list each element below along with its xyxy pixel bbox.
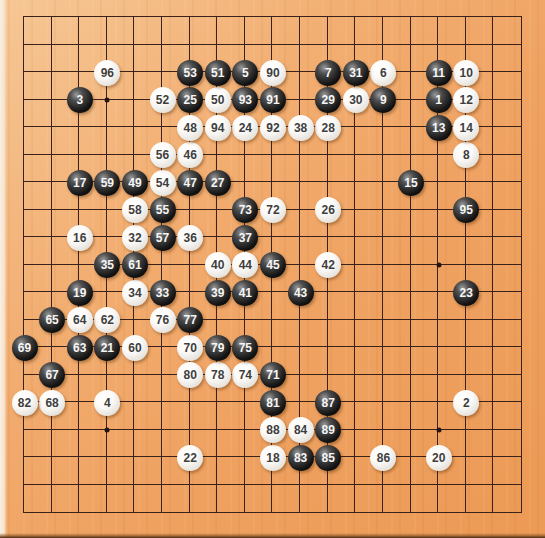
board-cell[interactable] (79, 127, 107, 155)
board-cell[interactable] (355, 182, 383, 210)
stone-number: 59 (101, 177, 114, 189)
stone-white-4: 4 (94, 390, 120, 416)
star-point (436, 263, 441, 268)
stone-white-78: 78 (205, 362, 231, 388)
stone-black-71: 71 (260, 362, 286, 388)
board-cell[interactable] (466, 347, 494, 375)
board-cell[interactable] (162, 485, 190, 513)
stone-number: 65 (45, 314, 58, 326)
board-cell[interactable] (411, 375, 439, 403)
stone-white-42: 42 (315, 252, 341, 278)
board-bottom-edge (0, 533, 545, 538)
stone-number: 96 (101, 67, 114, 79)
board-cell[interactable] (383, 292, 411, 320)
stone-number: 20 (432, 452, 445, 464)
board-cell[interactable] (383, 237, 411, 265)
stone-number: 44 (239, 259, 252, 271)
stone-black-9: 9 (370, 87, 396, 113)
board-cell[interactable] (190, 17, 218, 45)
stone-number: 88 (266, 424, 279, 436)
stone-black-89: 89 (315, 417, 341, 443)
board-cell[interactable] (24, 155, 52, 183)
board-cell[interactable] (355, 402, 383, 430)
board-cell[interactable] (52, 430, 80, 458)
board-cell[interactable] (24, 72, 52, 100)
stone-white-60: 60 (122, 335, 148, 361)
stone-number: 41 (239, 287, 252, 299)
board-grid[interactable]: 1234567891011121314151617181920212223242… (23, 16, 522, 513)
board-cell[interactable] (438, 237, 466, 265)
stone-number: 35 (101, 259, 114, 271)
board-cell[interactable] (217, 430, 245, 458)
stone-number: 76 (156, 314, 169, 326)
stone-number: 90 (266, 67, 279, 79)
board-cell[interactable] (190, 402, 218, 430)
stone-number: 50 (211, 94, 224, 106)
board-cell[interactable] (272, 320, 300, 348)
stone-number: 31 (349, 67, 362, 79)
board-cell[interactable] (24, 210, 52, 238)
board-cell[interactable] (355, 485, 383, 513)
board-cell[interactable] (134, 485, 162, 513)
stone-black-17: 17 (67, 170, 93, 196)
stone-white-92: 92 (260, 115, 286, 141)
board-cell[interactable] (493, 210, 521, 238)
stone-number: 16 (73, 232, 86, 244)
stone-number: 30 (349, 94, 362, 106)
stone-white-64: 64 (67, 307, 93, 333)
stone-black-13: 13 (426, 115, 452, 141)
stone-black-15: 15 (398, 170, 424, 196)
stone-number: 38 (294, 122, 307, 134)
board-cell[interactable] (355, 237, 383, 265)
stone-number: 68 (45, 397, 58, 409)
stone-number: 74 (239, 369, 252, 381)
stone-number: 29 (322, 94, 335, 106)
stone-number: 19 (73, 287, 86, 299)
board-cell[interactable] (411, 210, 439, 238)
stone-white-44: 44 (232, 252, 258, 278)
board-cell[interactable] (24, 457, 52, 485)
stone-number: 62 (101, 314, 114, 326)
stone-number: 93 (239, 94, 252, 106)
board-cell[interactable] (493, 320, 521, 348)
board-cell[interactable] (300, 155, 328, 183)
stone-number: 45 (266, 259, 279, 271)
board-cell[interactable] (383, 485, 411, 513)
board-cell[interactable] (300, 17, 328, 45)
stone-white-28: 28 (315, 115, 341, 141)
board-cell[interactable] (24, 127, 52, 155)
stone-number: 28 (322, 122, 335, 134)
board-cell[interactable] (493, 430, 521, 458)
board-cell[interactable] (438, 485, 466, 513)
stone-black-91: 91 (260, 87, 286, 113)
board-cell[interactable] (162, 402, 190, 430)
stone-black-49: 49 (122, 170, 148, 196)
stone-number: 73 (239, 204, 252, 216)
board-cell[interactable] (383, 347, 411, 375)
stone-black-31: 31 (343, 60, 369, 86)
stone-black-93: 93 (232, 87, 258, 113)
board-cell[interactable] (411, 347, 439, 375)
board-cell[interactable] (355, 265, 383, 293)
stone-number: 61 (128, 259, 141, 271)
stone-black-79: 79 (205, 335, 231, 361)
board-cell[interactable] (107, 430, 135, 458)
board-cell[interactable] (24, 265, 52, 293)
board-cell[interactable] (493, 100, 521, 128)
stone-number: 36 (183, 232, 196, 244)
stone-black-57: 57 (150, 225, 176, 251)
stone-number: 75 (239, 342, 252, 354)
stone-number: 55 (156, 204, 169, 216)
stone-black-11: 11 (426, 60, 452, 86)
board-cell[interactable] (52, 485, 80, 513)
stone-number: 32 (128, 232, 141, 244)
stone-number: 11 (432, 67, 445, 79)
stone-black-61: 61 (122, 252, 148, 278)
board-cell[interactable] (328, 17, 356, 45)
board-cell[interactable] (466, 320, 494, 348)
stone-number: 71 (266, 369, 279, 381)
board-cell[interactable] (134, 375, 162, 403)
board-cell[interactable] (466, 457, 494, 485)
board-cell[interactable] (493, 72, 521, 100)
board-cell[interactable] (272, 485, 300, 513)
stone-number: 83 (294, 452, 307, 464)
board-cell[interactable] (383, 127, 411, 155)
board-cell[interactable] (107, 100, 135, 128)
stone-number: 51 (211, 67, 224, 79)
stone-number: 39 (211, 287, 224, 299)
board-left-edge (0, 0, 7, 538)
stone-number: 37 (239, 232, 252, 244)
stone-white-38: 38 (288, 115, 314, 141)
stone-number: 34 (128, 287, 141, 299)
stone-number: 67 (45, 369, 58, 381)
board-cell[interactable] (300, 347, 328, 375)
stone-number: 64 (73, 314, 86, 326)
stone-white-14: 14 (453, 115, 479, 141)
stone-white-50: 50 (205, 87, 231, 113)
stone-number: 89 (322, 424, 335, 436)
board-cell[interactable] (466, 17, 494, 45)
stone-black-35: 35 (94, 252, 120, 278)
stone-black-3: 3 (67, 87, 93, 113)
board-cell[interactable] (493, 182, 521, 210)
board-cell[interactable] (134, 45, 162, 73)
board-cell[interactable] (24, 182, 52, 210)
board-cell[interactable] (383, 402, 411, 430)
stone-black-55: 55 (150, 197, 176, 223)
stone-black-83: 83 (288, 445, 314, 471)
stone-number: 4 (104, 397, 111, 409)
board-cell[interactable] (493, 265, 521, 293)
stone-white-72: 72 (260, 197, 286, 223)
board-cell[interactable] (493, 485, 521, 513)
board-cell[interactable] (162, 17, 190, 45)
board-cell[interactable] (134, 402, 162, 430)
board-cell[interactable] (411, 292, 439, 320)
board-cell[interactable] (134, 457, 162, 485)
board-cell[interactable] (355, 155, 383, 183)
stone-black-29: 29 (315, 87, 341, 113)
stone-number: 87 (322, 397, 335, 409)
stone-number: 53 (183, 67, 196, 79)
stone-number: 1 (435, 94, 442, 106)
star-point (436, 428, 441, 433)
board-cell[interactable] (272, 17, 300, 45)
star-point (105, 428, 110, 433)
stone-number: 47 (183, 177, 196, 189)
stone-black-73: 73 (232, 197, 258, 223)
board-cell[interactable] (245, 485, 273, 513)
stone-black-81: 81 (260, 390, 286, 416)
board-cell[interactable] (493, 237, 521, 265)
stone-black-53: 53 (177, 60, 203, 86)
stone-number: 40 (211, 259, 224, 271)
board-cell[interactable] (493, 127, 521, 155)
stone-white-46: 46 (177, 142, 203, 168)
board-cell[interactable] (217, 457, 245, 485)
stone-white-76: 76 (150, 307, 176, 333)
board-cell[interactable] (493, 155, 521, 183)
board-cell[interactable] (79, 430, 107, 458)
stone-white-22: 22 (177, 445, 203, 471)
board-cell[interactable] (466, 430, 494, 458)
board-cell[interactable] (493, 45, 521, 73)
stone-number: 69 (18, 342, 31, 354)
stone-number: 60 (128, 342, 141, 354)
stone-number: 43 (294, 287, 307, 299)
board-cell[interactable] (217, 17, 245, 45)
stone-number: 25 (183, 94, 196, 106)
board-cell[interactable] (134, 430, 162, 458)
board-cell[interactable] (107, 457, 135, 485)
stone-number: 56 (156, 149, 169, 161)
stone-black-23: 23 (453, 280, 479, 306)
board-cell[interactable] (328, 320, 356, 348)
stone-number: 10 (460, 67, 473, 79)
board-cell[interactable] (245, 17, 273, 45)
stone-black-95: 95 (453, 197, 479, 223)
stone-number: 7 (325, 67, 332, 79)
board-cell[interactable] (134, 17, 162, 45)
board-cell[interactable] (438, 347, 466, 375)
stone-number: 18 (266, 452, 279, 464)
stone-number: 78 (211, 369, 224, 381)
stone-white-58: 58 (122, 197, 148, 223)
stone-black-47: 47 (177, 170, 203, 196)
board-cell[interactable] (383, 375, 411, 403)
board-cell[interactable] (466, 485, 494, 513)
stone-white-62: 62 (94, 307, 120, 333)
stone-number: 6 (380, 67, 387, 79)
board-cell[interactable] (79, 485, 107, 513)
board-cell[interactable] (493, 402, 521, 430)
board-cell[interactable] (411, 485, 439, 513)
board-cell[interactable] (300, 485, 328, 513)
board-cell[interactable] (493, 292, 521, 320)
stone-white-2: 2 (453, 390, 479, 416)
stone-number: 86 (377, 452, 390, 464)
stone-number: 52 (156, 94, 169, 106)
board-cell[interactable] (190, 485, 218, 513)
stone-white-10: 10 (453, 60, 479, 86)
stone-white-52: 52 (150, 87, 176, 113)
stone-number: 5 (242, 67, 249, 79)
board-cell[interactable] (355, 320, 383, 348)
board-cell[interactable] (79, 457, 107, 485)
stone-white-48: 48 (177, 115, 203, 141)
stone-white-32: 32 (122, 225, 148, 251)
board-cell[interactable] (217, 402, 245, 430)
board-cell[interactable] (355, 127, 383, 155)
board-cell[interactable] (411, 237, 439, 265)
board-cell[interactable] (493, 375, 521, 403)
stone-black-27: 27 (205, 170, 231, 196)
board-cell[interactable] (107, 485, 135, 513)
board-cell[interactable] (107, 127, 135, 155)
stone-white-26: 26 (315, 197, 341, 223)
board-cell[interactable] (493, 17, 521, 45)
stone-number: 95 (460, 204, 473, 216)
stone-black-75: 75 (232, 335, 258, 361)
board-cell[interactable] (52, 45, 80, 73)
stone-white-36: 36 (177, 225, 203, 251)
board-cell[interactable] (24, 485, 52, 513)
board-cell[interactable] (217, 485, 245, 513)
stone-number: 85 (322, 452, 335, 464)
board-cell[interactable] (383, 17, 411, 45)
stone-black-5: 5 (232, 60, 258, 86)
board-cell[interactable] (272, 155, 300, 183)
board-cell[interactable] (355, 347, 383, 375)
stone-number: 70 (183, 342, 196, 354)
stone-number: 57 (156, 232, 169, 244)
board-cell[interactable] (328, 155, 356, 183)
stone-black-1: 1 (426, 87, 452, 113)
board-cell[interactable] (107, 17, 135, 45)
stone-number: 8 (463, 149, 470, 161)
stone-black-37: 37 (232, 225, 258, 251)
board-cell[interactable] (52, 127, 80, 155)
stone-white-8: 8 (453, 142, 479, 168)
stone-black-33: 33 (150, 280, 176, 306)
stone-white-56: 56 (150, 142, 176, 168)
board-cell[interactable] (411, 17, 439, 45)
stone-white-16: 16 (67, 225, 93, 251)
board-cell[interactable] (300, 320, 328, 348)
board-cell[interactable] (24, 17, 52, 45)
stone-white-18: 18 (260, 445, 286, 471)
stone-black-77: 77 (177, 307, 203, 333)
stone-number: 63 (73, 342, 86, 354)
board-cell[interactable] (383, 265, 411, 293)
stone-number: 27 (211, 177, 224, 189)
board-cell[interactable] (493, 347, 521, 375)
board-cell[interactable] (411, 265, 439, 293)
board-cell[interactable] (383, 320, 411, 348)
stone-black-51: 51 (205, 60, 231, 86)
board-cell[interactable] (466, 237, 494, 265)
stone-number: 49 (128, 177, 141, 189)
stone-number: 23 (460, 287, 473, 299)
stone-number: 12 (460, 94, 473, 106)
stone-white-96: 96 (94, 60, 120, 86)
stone-white-82: 82 (12, 390, 38, 416)
board-cell[interactable] (355, 17, 383, 45)
stone-number: 26 (322, 204, 335, 216)
board-cell[interactable] (438, 17, 466, 45)
stone-white-88: 88 (260, 417, 286, 443)
stone-black-41: 41 (232, 280, 258, 306)
stone-number: 14 (460, 122, 473, 134)
board-cell[interactable] (79, 17, 107, 45)
stone-white-34: 34 (122, 280, 148, 306)
stone-number: 48 (183, 122, 196, 134)
board-cell[interactable] (328, 347, 356, 375)
board-cell[interactable] (52, 457, 80, 485)
stone-black-25: 25 (177, 87, 203, 113)
stone-white-90: 90 (260, 60, 286, 86)
stone-number: 9 (380, 94, 387, 106)
board-cell[interactable] (355, 210, 383, 238)
board-cell[interactable] (438, 320, 466, 348)
board-cell[interactable] (24, 237, 52, 265)
stone-number: 13 (432, 122, 445, 134)
stone-number: 58 (128, 204, 141, 216)
board-cell[interactable] (24, 430, 52, 458)
stone-number: 15 (404, 177, 417, 189)
board-cell[interactable] (328, 485, 356, 513)
stone-white-54: 54 (150, 170, 176, 196)
stone-black-39: 39 (205, 280, 231, 306)
stone-number: 91 (266, 94, 279, 106)
board-cell[interactable] (52, 17, 80, 45)
stone-white-6: 6 (370, 60, 396, 86)
stone-black-21: 21 (94, 335, 120, 361)
stone-white-80: 80 (177, 362, 203, 388)
board-cell[interactable] (355, 292, 383, 320)
board-cell[interactable] (24, 45, 52, 73)
stone-number: 17 (73, 177, 86, 189)
stone-number: 81 (266, 397, 279, 409)
stone-black-7: 7 (315, 60, 341, 86)
board-cell[interactable] (355, 375, 383, 403)
board-cell[interactable] (493, 457, 521, 485)
stone-number: 24 (239, 122, 252, 134)
stone-number: 94 (211, 122, 224, 134)
stone-black-87: 87 (315, 390, 341, 416)
stone-number: 21 (101, 342, 114, 354)
stone-black-59: 59 (94, 170, 120, 196)
board-cell[interactable] (245, 155, 273, 183)
board-cell[interactable] (411, 402, 439, 430)
go-board: 1234567891011121314151617181920212223242… (0, 0, 545, 538)
board-cell[interactable] (383, 210, 411, 238)
board-cell[interactable] (328, 292, 356, 320)
stone-white-86: 86 (370, 445, 396, 471)
stone-black-45: 45 (260, 252, 286, 278)
stone-number: 80 (183, 369, 196, 381)
stone-white-70: 70 (177, 335, 203, 361)
board-cell[interactable] (24, 100, 52, 128)
stone-white-40: 40 (205, 252, 231, 278)
board-cell[interactable] (411, 320, 439, 348)
stone-number: 42 (322, 259, 335, 271)
